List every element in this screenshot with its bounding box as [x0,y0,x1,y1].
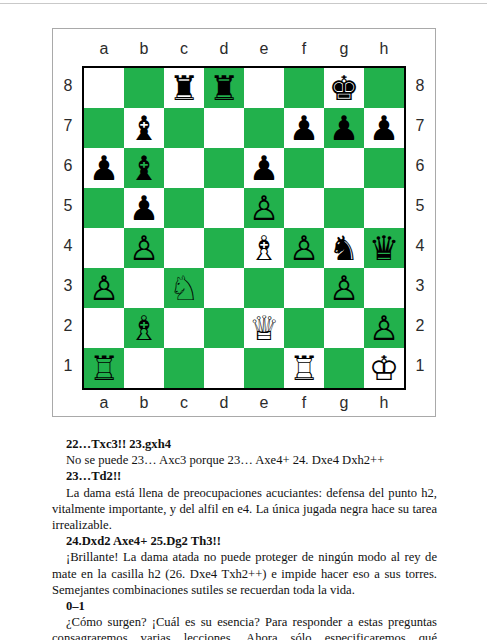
black-rook-c8: ♜ [169,68,199,108]
file-label-a: a [84,391,124,415]
file-label-f: f [284,391,324,415]
rank-label-3: 3 [57,266,79,306]
rank-label-6: 6 [57,146,79,186]
game-annotations: 22…Txc3!! 23.gxh4No se puede 23… Axc3 po… [52,436,437,640]
square-c2 [164,308,204,348]
square-g2 [324,308,364,348]
square-c8: ♜ [164,68,204,108]
square-c7 [164,108,204,148]
square-b3 [124,268,164,308]
square-a1: ♖ [84,348,124,388]
rank-label-1: 1 [57,346,79,386]
black-knight-g4: ♞ [329,228,359,268]
square-e3 [244,268,284,308]
file-label-c: c [164,37,204,61]
square-f8 [284,68,324,108]
square-d8: ♜ [204,68,244,108]
white-bishop-e4: ♗ [249,228,279,268]
rank-label-6: 6 [409,146,431,186]
square-f3 [284,268,324,308]
square-d2 [204,308,244,348]
square-h2: ♙ [364,308,404,348]
rank-label-8: 8 [57,66,79,106]
file-label-e: e [244,391,284,415]
square-h3 [364,268,404,308]
black-pawn-f7: ♟ [289,108,319,148]
white-pawn-f4: ♙ [289,228,319,268]
square-a3: ♙ [84,268,124,308]
square-c5 [164,188,204,228]
commentary-line-3: La dama está llena de preocupaciones acu… [52,485,437,534]
square-f5 [284,188,324,228]
rank-label-3: 3 [409,266,431,306]
commentary-line-1: No se puede 23… Axc3 porque 23… Axe4+ 24… [52,452,437,468]
square-h4: ♛ [364,228,404,268]
rank-label-7: 7 [57,106,79,146]
square-d5 [204,188,244,228]
square-d1 [204,348,244,388]
square-g6 [324,148,364,188]
file-label-h: h [364,391,404,415]
black-rook-d8: ♜ [209,68,239,108]
white-king-h1: ♔ [369,348,399,388]
white-pawn-g3: ♙ [329,268,359,308]
square-g8: ♚ [324,68,364,108]
square-a4 [84,228,124,268]
square-g7: ♟ [324,108,364,148]
chess-board: ♜♜♚♝♟♟♟♟♝♟♟♙♙♗♙♞♛♙♘♙♗♕♙♖♖♔ [82,66,406,390]
square-e4: ♗ [244,228,284,268]
file-label-c: c [164,391,204,415]
square-b8 [124,68,164,108]
square-b6: ♝ [124,148,164,188]
square-h5 [364,188,404,228]
square-d4 [204,228,244,268]
square-b7: ♝ [124,108,164,148]
file-label-d: d [204,391,244,415]
file-label-a: a [84,37,124,61]
square-e5: ♙ [244,188,284,228]
square-b4: ♙ [124,228,164,268]
file-label-g: g [324,391,364,415]
rank-labels-right: 87654321 [409,66,431,386]
square-b2: ♗ [124,308,164,348]
square-d6 [204,148,244,188]
move-line-2: 23…Td2!! [52,468,437,484]
square-a8 [84,68,124,108]
black-pawn-e6: ♟ [249,148,279,188]
square-e2: ♕ [244,308,284,348]
file-labels-top: abcdefgh [84,37,404,61]
square-g3: ♙ [324,268,364,308]
square-g1 [324,348,364,388]
black-king-g8: ♚ [329,68,359,108]
commentary-line-5: ¡Brillante! La dama atada no puede prote… [52,549,437,598]
square-e6: ♟ [244,148,284,188]
square-h6 [364,148,404,188]
move-line-6: 0–1 [52,598,437,614]
book-page: abcdefgh 87654321 ♜♜♚♝♟♟♟♟♝♟♟♙♙♗♙♞♛♙♘♙♗♕… [0,0,487,640]
black-pawn-a6: ♟ [89,148,119,188]
white-queen-e2: ♕ [249,308,279,348]
square-c6 [164,148,204,188]
file-label-g: g [324,37,364,61]
file-label-e: e [244,37,284,61]
square-e7 [244,108,284,148]
file-labels-bottom: abcdefgh [84,391,404,415]
square-b5: ♟ [124,188,164,228]
rank-label-8: 8 [409,66,431,106]
white-bishop-b2: ♗ [129,308,159,348]
rank-label-5: 5 [57,186,79,226]
square-c4 [164,228,204,268]
white-pawn-a3: ♙ [89,268,119,308]
white-rook-f1: ♖ [289,348,319,388]
file-label-f: f [284,37,324,61]
rank-labels-left: 87654321 [57,66,79,386]
page-top-rule [0,3,487,4]
rank-label-4: 4 [57,226,79,266]
square-a2 [84,308,124,348]
square-h1: ♔ [364,348,404,388]
white-knight-c3: ♘ [169,268,199,308]
square-f7: ♟ [284,108,324,148]
black-bishop-b7: ♝ [129,108,159,148]
square-h8 [364,68,404,108]
square-f6 [284,148,324,188]
square-d7 [204,108,244,148]
square-g4: ♞ [324,228,364,268]
rank-label-2: 2 [409,306,431,346]
square-h7: ♟ [364,108,404,148]
white-pawn-e5: ♙ [249,188,279,228]
white-pawn-b4: ♙ [129,228,159,268]
square-g5 [324,188,364,228]
square-e1 [244,348,284,388]
square-a7 [84,108,124,148]
file-label-h: h [364,37,404,61]
white-pawn-h2: ♙ [369,308,399,348]
square-e8 [244,68,284,108]
black-pawn-h7: ♟ [369,108,399,148]
white-rook-a1: ♖ [89,348,119,388]
black-queen-h4: ♛ [369,228,399,268]
chess-diagram-frame: abcdefgh 87654321 ♜♜♚♝♟♟♟♟♝♟♟♙♙♗♙♞♛♙♘♙♗♕… [52,28,436,417]
file-label-d: d [204,37,244,61]
square-a5 [84,188,124,228]
rank-label-4: 4 [409,226,431,266]
move-line-0: 22…Txc3!! 23.gxh4 [52,436,437,452]
square-c3: ♘ [164,268,204,308]
rank-label-5: 5 [409,186,431,226]
move-line-4: 24.Dxd2 Axe4+ 25.Dg2 Th3!! [52,533,437,549]
square-c1 [164,348,204,388]
rank-label-7: 7 [409,106,431,146]
black-pawn-g7: ♟ [329,108,359,148]
square-b1 [124,348,164,388]
commentary-line-7: ¿Cómo surgen? ¡Cuál es su esencia? Para … [52,614,437,640]
rank-label-1: 1 [409,346,431,386]
black-bishop-b6: ♝ [129,148,159,188]
file-label-b: b [124,37,164,61]
square-a6: ♟ [84,148,124,188]
square-f1: ♖ [284,348,324,388]
square-f2 [284,308,324,348]
black-pawn-b5: ♟ [129,188,159,228]
square-f4: ♙ [284,228,324,268]
file-label-b: b [124,391,164,415]
rank-label-2: 2 [57,306,79,346]
square-d3 [204,268,244,308]
